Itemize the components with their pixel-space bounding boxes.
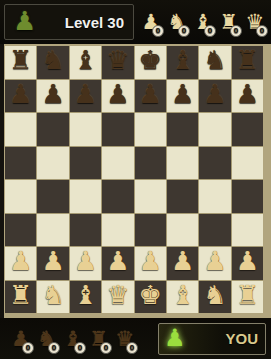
black-pawn-piece: ♟	[171, 81, 194, 107]
captured-black-rook-count: 0	[100, 342, 112, 354]
white-pawn-piece: ♟	[106, 248, 129, 274]
captured-black-bishop-icon: ♝0	[60, 324, 86, 354]
square-e6[interactable]	[135, 113, 166, 146]
square-e5[interactable]	[135, 147, 166, 180]
captured-white-bishop-count: 0	[204, 25, 216, 37]
white-pawn-piece: ♟	[74, 248, 97, 274]
captured-white-queen-count: 0	[256, 25, 268, 37]
square-e4[interactable]	[135, 180, 166, 213]
black-pawn-piece: ♟	[139, 81, 162, 107]
captured-black-queen-count: 0	[126, 342, 138, 354]
square-a8[interactable]: ♜	[5, 46, 36, 79]
captured-white-rook-icon: ♜0	[216, 7, 242, 37]
square-a7[interactable]: ♟	[5, 80, 36, 113]
black-rook-piece: ♜	[9, 47, 32, 73]
square-g1[interactable]: ♞	[199, 281, 230, 314]
square-b4[interactable]	[37, 180, 68, 213]
square-d3[interactable]	[102, 214, 133, 247]
square-h5[interactable]	[232, 147, 263, 180]
square-f3[interactable]	[167, 214, 198, 247]
square-c6[interactable]	[70, 113, 101, 146]
square-c7[interactable]: ♟	[70, 80, 101, 113]
captured-white-bishop-icon: ♝0	[190, 7, 216, 37]
square-b5[interactable]	[37, 147, 68, 180]
board-frame: ♜♞♝♛♚♝♞♜♟♟♟♟♟♟♟♟♟♟♟♟♟♟♟♟♜♞♝♛♚♝♞♜	[0, 44, 271, 318]
black-pawn-piece: ♟	[236, 81, 259, 107]
square-d5[interactable]	[102, 147, 133, 180]
square-e7[interactable]: ♟	[135, 80, 166, 113]
player-green-pawn-icon: ♟	[164, 326, 186, 350]
square-c2[interactable]: ♟	[70, 247, 101, 280]
square-c3[interactable]	[70, 214, 101, 247]
square-g8[interactable]: ♞	[199, 46, 230, 79]
black-bishop-piece: ♝	[171, 47, 194, 73]
opponent-panel: ♟ Level 30	[4, 4, 134, 40]
square-b6[interactable]	[37, 113, 68, 146]
black-pawn-piece: ♟	[74, 81, 97, 107]
white-pawn-piece: ♟	[139, 248, 162, 274]
square-f4[interactable]	[167, 180, 198, 213]
square-c4[interactable]	[70, 180, 101, 213]
opponent-green-pawn-icon: ♟	[13, 8, 36, 34]
player-panel: ♟ YOU	[158, 323, 266, 355]
chess-app-window: ♟ Level 30 ♟0♞0♝0♜0♛0 ♜♞♝♛♚♝♞♜♟♟♟♟♟♟♟♟♟♟…	[0, 0, 271, 359]
captured-white-rook-count: 0	[230, 25, 242, 37]
white-king-piece: ♚	[139, 282, 162, 308]
level-label: Level 30	[36, 14, 133, 31]
square-d1[interactable]: ♛	[102, 281, 133, 314]
white-pawn-piece: ♟	[41, 248, 64, 274]
white-pawn-piece: ♟	[236, 248, 259, 274]
square-b8[interactable]: ♞	[37, 46, 68, 79]
black-bishop-piece: ♝	[74, 47, 97, 73]
square-g5[interactable]	[199, 147, 230, 180]
square-c5[interactable]	[70, 147, 101, 180]
captured-white-pieces-tray: ♟0♞0♝0♜0♛0	[138, 7, 268, 37]
captured-white-pawn-count: 0	[152, 25, 164, 37]
square-g4[interactable]	[199, 180, 230, 213]
black-pawn-piece: ♟	[9, 81, 32, 107]
captured-black-pawn-icon: ♟0	[8, 324, 34, 354]
black-queen-piece: ♛	[106, 47, 129, 73]
square-g3[interactable]	[199, 214, 230, 247]
captured-black-knight-icon: ♞0	[34, 324, 60, 354]
square-d8[interactable]: ♛	[102, 46, 133, 79]
square-h2[interactable]: ♟	[232, 247, 263, 280]
square-g7[interactable]: ♟	[199, 80, 230, 113]
black-pawn-piece: ♟	[106, 81, 129, 107]
you-label: YOU	[186, 330, 265, 347]
square-a1[interactable]: ♜	[5, 281, 36, 314]
white-queen-piece: ♛	[106, 282, 129, 308]
player-bar: ♟0♞0♝0♜0♛0 ♟ YOU	[0, 318, 271, 359]
captured-white-pawn-icon: ♟0	[138, 7, 164, 37]
square-g6[interactable]	[199, 113, 230, 146]
black-knight-piece: ♞	[41, 47, 64, 73]
white-bishop-piece: ♝	[74, 282, 97, 308]
white-bishop-piece: ♝	[171, 282, 194, 308]
square-h3[interactable]	[232, 214, 263, 247]
black-rook-piece: ♜	[236, 47, 259, 73]
captured-white-knight-count: 0	[178, 25, 190, 37]
square-d6[interactable]	[102, 113, 133, 146]
square-h6[interactable]	[232, 113, 263, 146]
square-b7[interactable]: ♟	[37, 80, 68, 113]
captured-white-queen-icon: ♛0	[242, 7, 268, 37]
square-h4[interactable]	[232, 180, 263, 213]
square-d2[interactable]: ♟	[102, 247, 133, 280]
square-a5[interactable]	[5, 147, 36, 180]
square-d4[interactable]	[102, 180, 133, 213]
captured-black-queen-icon: ♛0	[112, 324, 138, 354]
square-f5[interactable]	[167, 147, 198, 180]
square-a6[interactable]	[5, 113, 36, 146]
white-pawn-piece: ♟	[171, 248, 194, 274]
opponent-bar: ♟ Level 30 ♟0♞0♝0♜0♛0	[0, 0, 271, 44]
captured-black-pawn-count: 0	[22, 342, 34, 354]
chess-board: ♜♞♝♛♚♝♞♜♟♟♟♟♟♟♟♟♟♟♟♟♟♟♟♟♜♞♝♛♚♝♞♜	[5, 46, 263, 313]
square-c1[interactable]: ♝	[70, 281, 101, 314]
captured-black-bishop-count: 0	[74, 342, 86, 354]
square-f8[interactable]: ♝	[167, 46, 198, 79]
white-rook-piece: ♜	[236, 282, 259, 308]
square-b1[interactable]: ♞	[37, 281, 68, 314]
white-pawn-piece: ♟	[9, 248, 32, 274]
square-a3[interactable]	[5, 214, 36, 247]
square-c8[interactable]: ♝	[70, 46, 101, 79]
square-g2[interactable]: ♟	[199, 247, 230, 280]
captured-black-knight-count: 0	[48, 342, 60, 354]
square-e3[interactable]	[135, 214, 166, 247]
square-f2[interactable]: ♟	[167, 247, 198, 280]
black-pawn-piece: ♟	[203, 81, 226, 107]
square-e2[interactable]: ♟	[135, 247, 166, 280]
square-f1[interactable]: ♝	[167, 281, 198, 314]
square-a2[interactable]: ♟	[5, 247, 36, 280]
captured-black-pieces-tray: ♟0♞0♝0♜0♛0	[8, 324, 138, 354]
white-knight-piece: ♞	[203, 282, 226, 308]
square-h8[interactable]: ♜	[232, 46, 263, 79]
square-e1[interactable]: ♚	[135, 281, 166, 314]
white-knight-piece: ♞	[41, 282, 64, 308]
captured-black-rook-icon: ♜0	[86, 324, 112, 354]
square-h1[interactable]: ♜	[232, 281, 263, 314]
captured-white-knight-icon: ♞0	[164, 7, 190, 37]
square-f6[interactable]	[167, 113, 198, 146]
square-h7[interactable]: ♟	[232, 80, 263, 113]
square-a4[interactable]	[5, 180, 36, 213]
white-rook-piece: ♜	[9, 282, 32, 308]
square-e8[interactable]: ♚	[135, 46, 166, 79]
white-pawn-piece: ♟	[203, 248, 226, 274]
square-b3[interactable]	[37, 214, 68, 247]
square-f7[interactable]: ♟	[167, 80, 198, 113]
black-pawn-piece: ♟	[41, 81, 64, 107]
square-b2[interactable]: ♟	[37, 247, 68, 280]
black-knight-piece: ♞	[203, 47, 226, 73]
square-d7[interactable]: ♟	[102, 80, 133, 113]
black-king-piece: ♚	[139, 47, 162, 73]
